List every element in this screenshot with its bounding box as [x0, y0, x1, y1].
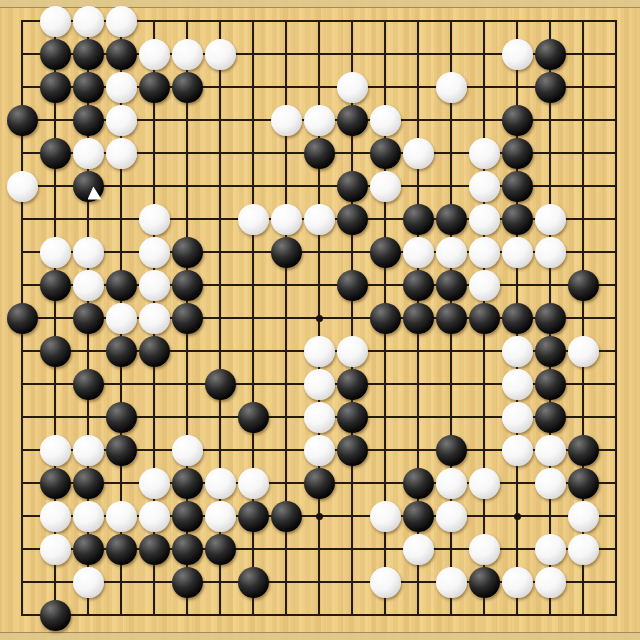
white-stone [501, 335, 534, 368]
intersection-4-13[interactable] [138, 434, 171, 467]
black-stone [402, 500, 435, 533]
intersection-5-18[interactable] [171, 599, 204, 632]
intersection-6-6[interactable] [204, 203, 237, 236]
intersection-4-5[interactable] [138, 170, 171, 203]
intersection-6-13[interactable] [204, 434, 237, 467]
white-stone-glyph [370, 567, 401, 598]
intersection-15-15[interactable] [501, 500, 534, 533]
intersection-1-11[interactable] [39, 368, 72, 401]
intersection-15-8[interactable] [501, 269, 534, 302]
intersection-7-16[interactable] [237, 533, 270, 566]
intersection-18-13[interactable] [600, 434, 633, 467]
intersection-15-16[interactable] [501, 533, 534, 566]
intersection-13-10[interactable] [435, 335, 468, 368]
intersection-13-18[interactable] [435, 599, 468, 632]
intersection-15-18[interactable] [501, 599, 534, 632]
black-stone-glyph [7, 303, 38, 334]
intersection-9-8[interactable] [303, 269, 336, 302]
intersection-8-13[interactable] [270, 434, 303, 467]
intersection-0-4[interactable] [6, 137, 39, 170]
black-stone [39, 137, 72, 170]
black-stone [534, 368, 567, 401]
intersection-9-16[interactable] [303, 533, 336, 566]
black-stone [105, 335, 138, 368]
black-stone [138, 533, 171, 566]
white-stone-glyph [436, 567, 467, 598]
black-stone-glyph [304, 468, 335, 499]
intersection-14-15[interactable] [468, 500, 501, 533]
intersection-5-12[interactable] [171, 401, 204, 434]
intersection-12-11[interactable] [402, 368, 435, 401]
intersection-18-1[interactable] [600, 38, 633, 71]
intersection-14-0[interactable] [468, 5, 501, 38]
intersection-17-17[interactable] [567, 566, 600, 599]
black-stone [171, 236, 204, 269]
intersection-2-6[interactable] [72, 203, 105, 236]
white-stone [336, 335, 369, 368]
intersection-12-17[interactable] [402, 566, 435, 599]
intersection-4-3[interactable] [138, 104, 171, 137]
intersection-0-1[interactable] [6, 38, 39, 71]
intersection-1-6[interactable] [39, 203, 72, 236]
black-stone-glyph [535, 402, 566, 433]
white-stone [336, 71, 369, 104]
intersection-5-11[interactable] [171, 368, 204, 401]
intersection-7-4[interactable] [237, 137, 270, 170]
intersection-7-1[interactable] [237, 38, 270, 71]
black-stone [72, 170, 105, 203]
black-stone-glyph [337, 435, 368, 466]
intersection-11-1[interactable] [369, 38, 402, 71]
white-stone-glyph [469, 468, 500, 499]
white-stone-glyph [106, 138, 137, 169]
black-stone-glyph [172, 534, 203, 565]
intersection-7-8[interactable] [237, 269, 270, 302]
black-stone [435, 203, 468, 236]
intersection-10-14[interactable] [336, 467, 369, 500]
intersection-18-17[interactable] [600, 566, 633, 599]
intersection-5-5[interactable] [171, 170, 204, 203]
intersection-14-2[interactable] [468, 71, 501, 104]
intersection-12-0[interactable] [402, 5, 435, 38]
intersection-3-5[interactable] [105, 170, 138, 203]
intersection-0-7[interactable] [6, 236, 39, 269]
intersection-7-9[interactable] [237, 302, 270, 335]
intersection-8-9[interactable] [270, 302, 303, 335]
intersection-16-8[interactable] [534, 269, 567, 302]
intersection-6-8[interactable] [204, 269, 237, 302]
intersection-18-18[interactable] [600, 599, 633, 632]
intersection-17-11[interactable] [567, 368, 600, 401]
intersection-5-10[interactable] [171, 335, 204, 368]
black-stone-glyph [502, 171, 533, 202]
intersection-14-12[interactable] [468, 401, 501, 434]
intersection-12-3[interactable] [402, 104, 435, 137]
black-stone [336, 170, 369, 203]
white-stone [567, 500, 600, 533]
last-move-triangle-marker [88, 187, 102, 200]
white-stone [105, 104, 138, 137]
white-stone-glyph [139, 468, 170, 499]
intersection-0-12[interactable] [6, 401, 39, 434]
intersection-3-14[interactable] [105, 467, 138, 500]
white-stone [237, 203, 270, 236]
intersection-1-12[interactable] [39, 401, 72, 434]
white-stone-glyph [106, 72, 137, 103]
black-stone [39, 467, 72, 500]
intersection-0-8[interactable] [6, 269, 39, 302]
intersection-14-10[interactable] [468, 335, 501, 368]
black-stone-glyph [469, 303, 500, 334]
intersection-18-0[interactable] [600, 5, 633, 38]
intersection-18-2[interactable] [600, 71, 633, 104]
intersection-12-18[interactable] [402, 599, 435, 632]
white-stone-glyph [40, 237, 71, 268]
intersection-12-2[interactable] [402, 71, 435, 104]
intersection-14-11[interactable] [468, 368, 501, 401]
intersection-7-2[interactable] [237, 71, 270, 104]
white-stone-glyph [205, 39, 236, 70]
intersection-11-11[interactable] [369, 368, 402, 401]
white-stone [72, 434, 105, 467]
intersection-13-4[interactable] [435, 137, 468, 170]
intersection-11-12[interactable] [369, 401, 402, 434]
intersection-18-15[interactable] [600, 500, 633, 533]
white-stone [72, 566, 105, 599]
intersection-1-5[interactable] [39, 170, 72, 203]
white-stone-glyph [205, 501, 236, 532]
black-stone [171, 71, 204, 104]
intersection-18-16[interactable] [600, 533, 633, 566]
intersection-3-11[interactable] [105, 368, 138, 401]
white-stone-glyph [568, 336, 599, 367]
intersection-10-15[interactable] [336, 500, 369, 533]
intersection-11-0[interactable] [369, 5, 402, 38]
intersection-8-5[interactable] [270, 170, 303, 203]
black-stone-glyph [106, 534, 137, 565]
intersection-9-9[interactable] [303, 302, 336, 335]
intersection-16-5[interactable] [534, 170, 567, 203]
white-stone-glyph [403, 237, 434, 268]
intersection-9-5[interactable] [303, 170, 336, 203]
intersection-13-3[interactable] [435, 104, 468, 137]
intersection-11-10[interactable] [369, 335, 402, 368]
intersection-18-7[interactable] [600, 236, 633, 269]
intersection-10-0[interactable] [336, 5, 369, 38]
intersection-8-1[interactable] [270, 38, 303, 71]
black-stone [336, 401, 369, 434]
intersection-11-2[interactable] [369, 71, 402, 104]
white-stone [171, 434, 204, 467]
intersection-0-0[interactable] [6, 5, 39, 38]
intersection-1-3[interactable] [39, 104, 72, 137]
intersection-17-1[interactable] [567, 38, 600, 71]
black-stone-glyph [172, 567, 203, 598]
white-stone-glyph [73, 567, 104, 598]
white-stone [534, 533, 567, 566]
white-stone [105, 71, 138, 104]
intersection-18-9[interactable] [600, 302, 633, 335]
intersection-6-10[interactable] [204, 335, 237, 368]
white-stone-glyph [502, 567, 533, 598]
intersection-13-12[interactable] [435, 401, 468, 434]
intersection-18-11[interactable] [600, 368, 633, 401]
intersection-11-13[interactable] [369, 434, 402, 467]
intersection-18-14[interactable] [600, 467, 633, 500]
black-stone-glyph [238, 402, 269, 433]
black-stone-glyph [271, 501, 302, 532]
white-stone-glyph [271, 204, 302, 235]
black-stone-glyph [535, 39, 566, 70]
intersection-8-10[interactable] [270, 335, 303, 368]
intersection-3-18[interactable] [105, 599, 138, 632]
intersection-16-4[interactable] [534, 137, 567, 170]
black-stone [468, 566, 501, 599]
intersection-8-2[interactable] [270, 71, 303, 104]
intersection-6-2[interactable] [204, 71, 237, 104]
intersection-11-8[interactable] [369, 269, 402, 302]
intersection-16-18[interactable] [534, 599, 567, 632]
intersection-17-5[interactable] [567, 170, 600, 203]
white-stone-glyph [238, 468, 269, 499]
intersection-9-7[interactable] [303, 236, 336, 269]
intersection-10-16[interactable] [336, 533, 369, 566]
white-stone [237, 467, 270, 500]
intersection-17-4[interactable] [567, 137, 600, 170]
intersection-4-17[interactable] [138, 566, 171, 599]
white-stone [468, 533, 501, 566]
intersection-11-18[interactable] [369, 599, 402, 632]
black-stone-glyph [436, 270, 467, 301]
intersection-4-18[interactable] [138, 599, 171, 632]
white-stone [369, 500, 402, 533]
intersection-8-18[interactable] [270, 599, 303, 632]
white-stone-glyph [205, 468, 236, 499]
intersection-14-3[interactable] [468, 104, 501, 137]
intersection-6-18[interactable] [204, 599, 237, 632]
intersection-9-17[interactable] [303, 566, 336, 599]
white-stone [138, 500, 171, 533]
black-stone [534, 401, 567, 434]
intersection-2-18[interactable] [72, 599, 105, 632]
intersection-15-14[interactable] [501, 467, 534, 500]
black-stone-glyph [436, 204, 467, 235]
intersection-1-17[interactable] [39, 566, 72, 599]
intersection-8-0[interactable] [270, 5, 303, 38]
white-stone-glyph [73, 501, 104, 532]
intersection-17-3[interactable] [567, 104, 600, 137]
black-stone [138, 71, 171, 104]
intersection-6-5[interactable] [204, 170, 237, 203]
intersection-14-13[interactable] [468, 434, 501, 467]
intersection-12-1[interactable] [402, 38, 435, 71]
intersection-12-5[interactable] [402, 170, 435, 203]
intersection-0-14[interactable] [6, 467, 39, 500]
black-stone-glyph [73, 39, 104, 70]
intersection-9-0[interactable] [303, 5, 336, 38]
white-stone-glyph [436, 501, 467, 532]
intersection-2-12[interactable] [72, 401, 105, 434]
intersection-11-6[interactable] [369, 203, 402, 236]
black-stone-glyph [337, 270, 368, 301]
black-stone [39, 38, 72, 71]
intersection-5-3[interactable] [171, 104, 204, 137]
white-stone-glyph [502, 369, 533, 400]
intersection-6-0[interactable] [204, 5, 237, 38]
white-stone [402, 137, 435, 170]
black-stone [501, 137, 534, 170]
intersection-9-2[interactable] [303, 71, 336, 104]
intersection-16-15[interactable] [534, 500, 567, 533]
intersection-13-5[interactable] [435, 170, 468, 203]
intersection-7-13[interactable] [237, 434, 270, 467]
white-stone [435, 566, 468, 599]
intersection-12-12[interactable] [402, 401, 435, 434]
intersection-0-10[interactable] [6, 335, 39, 368]
black-stone [39, 269, 72, 302]
intersection-5-6[interactable] [171, 203, 204, 236]
intersection-3-17[interactable] [105, 566, 138, 599]
white-stone-glyph [40, 501, 71, 532]
intersection-7-7[interactable] [237, 236, 270, 269]
intersection-6-17[interactable] [204, 566, 237, 599]
intersection-15-2[interactable] [501, 71, 534, 104]
intersection-13-11[interactable] [435, 368, 468, 401]
white-stone [39, 533, 72, 566]
black-stone [336, 434, 369, 467]
white-stone [501, 434, 534, 467]
intersection-3-7[interactable] [105, 236, 138, 269]
intersection-10-1[interactable] [336, 38, 369, 71]
intersection-18-6[interactable] [600, 203, 633, 236]
intersection-7-5[interactable] [237, 170, 270, 203]
intersection-17-12[interactable] [567, 401, 600, 434]
white-stone [435, 71, 468, 104]
intersection-8-17[interactable] [270, 566, 303, 599]
intersection-8-8[interactable] [270, 269, 303, 302]
black-stone [567, 434, 600, 467]
intersection-16-3[interactable] [534, 104, 567, 137]
intersection-5-0[interactable] [171, 5, 204, 38]
star-point [316, 513, 323, 520]
intersection-18-10[interactable] [600, 335, 633, 368]
intersection-13-0[interactable] [435, 5, 468, 38]
white-stone [501, 368, 534, 401]
intersection-4-0[interactable] [138, 5, 171, 38]
white-stone [105, 500, 138, 533]
intersection-17-9[interactable] [567, 302, 600, 335]
intersection-17-2[interactable] [567, 71, 600, 104]
white-stone-glyph [370, 171, 401, 202]
white-stone [534, 236, 567, 269]
intersection-7-3[interactable] [237, 104, 270, 137]
intersection-9-18[interactable] [303, 599, 336, 632]
intersection-9-15[interactable] [303, 500, 336, 533]
intersection-8-4[interactable] [270, 137, 303, 170]
intersection-17-0[interactable] [567, 5, 600, 38]
intersection-2-10[interactable] [72, 335, 105, 368]
black-stone-glyph [172, 270, 203, 301]
white-stone [72, 236, 105, 269]
intersection-9-1[interactable] [303, 38, 336, 71]
intersection-6-4[interactable] [204, 137, 237, 170]
intersection-16-0[interactable] [534, 5, 567, 38]
white-stone [501, 566, 534, 599]
intersection-1-9[interactable] [39, 302, 72, 335]
intersection-11-14[interactable] [369, 467, 402, 500]
intersection-0-16[interactable] [6, 533, 39, 566]
intersection-8-12[interactable] [270, 401, 303, 434]
black-stone-glyph [73, 369, 104, 400]
intersection-18-3[interactable] [600, 104, 633, 137]
intersection-14-18[interactable] [468, 599, 501, 632]
intersection-12-10[interactable] [402, 335, 435, 368]
intersection-17-18[interactable] [567, 599, 600, 632]
intersection-7-0[interactable] [237, 5, 270, 38]
intersection-3-6[interactable] [105, 203, 138, 236]
intersection-8-14[interactable] [270, 467, 303, 500]
intersection-5-4[interactable] [171, 137, 204, 170]
intersection-7-18[interactable] [237, 599, 270, 632]
intersection-10-9[interactable] [336, 302, 369, 335]
intersection-17-7[interactable] [567, 236, 600, 269]
intersection-6-9[interactable] [204, 302, 237, 335]
intersection-18-5[interactable] [600, 170, 633, 203]
intersection-10-4[interactable] [336, 137, 369, 170]
black-stone-glyph [403, 270, 434, 301]
black-stone [105, 434, 138, 467]
intersection-6-12[interactable] [204, 401, 237, 434]
intersection-14-1[interactable] [468, 38, 501, 71]
intersection-7-10[interactable] [237, 335, 270, 368]
intersection-18-4[interactable] [600, 137, 633, 170]
intersection-10-17[interactable] [336, 566, 369, 599]
intersection-0-18[interactable] [6, 599, 39, 632]
intersection-10-18[interactable] [336, 599, 369, 632]
intersection-8-16[interactable] [270, 533, 303, 566]
intersection-6-3[interactable] [204, 104, 237, 137]
intersection-13-16[interactable] [435, 533, 468, 566]
intersection-15-0[interactable] [501, 5, 534, 38]
intersection-4-4[interactable] [138, 137, 171, 170]
intersection-13-1[interactable] [435, 38, 468, 71]
intersection-0-2[interactable] [6, 71, 39, 104]
intersection-0-11[interactable] [6, 368, 39, 401]
intersection-0-6[interactable] [6, 203, 39, 236]
intersection-18-12[interactable] [600, 401, 633, 434]
black-stone [303, 137, 336, 170]
black-stone-glyph [502, 204, 533, 235]
white-stone-glyph [502, 336, 533, 367]
intersection-11-16[interactable] [369, 533, 402, 566]
white-stone-glyph [139, 270, 170, 301]
intersection-7-11[interactable] [237, 368, 270, 401]
intersection-18-8[interactable] [600, 269, 633, 302]
intersection-17-6[interactable] [567, 203, 600, 236]
white-stone-glyph [40, 534, 71, 565]
intersection-10-7[interactable] [336, 236, 369, 269]
white-stone [501, 401, 534, 434]
intersection-0-17[interactable] [6, 566, 39, 599]
white-stone-glyph [139, 39, 170, 70]
intersection-6-7[interactable] [204, 236, 237, 269]
intersection-12-13[interactable] [402, 434, 435, 467]
intersection-4-11[interactable] [138, 368, 171, 401]
intersection-0-13[interactable] [6, 434, 39, 467]
intersection-4-12[interactable] [138, 401, 171, 434]
intersection-0-15[interactable] [6, 500, 39, 533]
intersection-8-11[interactable] [270, 368, 303, 401]
